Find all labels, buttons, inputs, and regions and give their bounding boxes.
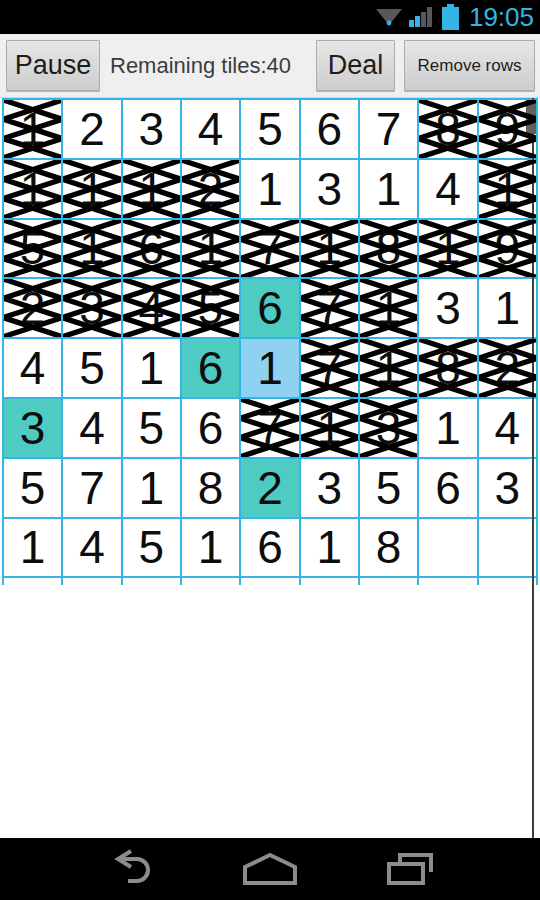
cross-out-mark (360, 339, 417, 397)
cell-r7-c7[interactable]: 5 (360, 459, 417, 517)
cell-r6-c8[interactable]: 1 (419, 399, 476, 457)
cell-r8-c7[interactable]: 8 (360, 519, 417, 577)
cell-r7-c9[interactable]: 3 (479, 459, 536, 517)
tile-number: 6 (257, 285, 283, 331)
cell-r2-c3[interactable]: 1 (123, 160, 180, 218)
tile-number: 4 (435, 166, 461, 212)
tile-number: 4 (79, 524, 105, 570)
cell-r5-c5[interactable]: 1 (241, 339, 298, 397)
cell-r8-c1[interactable]: 1 (4, 519, 61, 577)
tile-number: 5 (20, 465, 46, 511)
cell-r3-c2[interactable]: 1 (63, 220, 120, 278)
tile-number: 3 (139, 106, 165, 152)
cell-r6-c5[interactable]: 7 (241, 399, 298, 457)
cell-r3-c3[interactable]: 6 (123, 220, 180, 278)
cell-r5-c8[interactable]: 8 (419, 339, 476, 397)
cross-out-mark (241, 399, 298, 457)
cross-out-mark (360, 399, 417, 457)
cell-r2-c6[interactable]: 3 (301, 160, 358, 218)
cell-r1-c7[interactable]: 7 (360, 100, 417, 158)
deal-button[interactable]: Deal (316, 40, 395, 91)
tile-number: 6 (198, 345, 224, 391)
cell-r8-c2[interactable]: 4 (63, 519, 120, 577)
pause-button[interactable]: Pause (6, 40, 100, 91)
grid-bottom-ticks (2, 578, 538, 585)
tile-number: 5 (79, 345, 105, 391)
cell-r5-c9[interactable]: 2 (479, 339, 536, 397)
cell-r3-c5[interactable]: 7 (241, 220, 298, 278)
cell-r4-c4[interactable]: 5 (182, 279, 239, 337)
cell-r7-c8[interactable]: 6 (419, 459, 476, 517)
back-button[interactable] (85, 843, 175, 895)
tile-number: 8 (376, 524, 402, 570)
cell-r8-c8 (419, 519, 476, 577)
cross-out-mark (479, 160, 536, 218)
cell-r3-c9[interactable]: 9 (479, 220, 536, 278)
remaining-tiles-label: Remaining tiles:40 (110, 53, 316, 79)
cell-r4-c3[interactable]: 4 (123, 279, 180, 337)
cell-r5-c7[interactable]: 1 (360, 339, 417, 397)
cell-r5-c6[interactable]: 7 (301, 339, 358, 397)
cross-out-mark (419, 339, 476, 397)
tile-number: 7 (376, 106, 402, 152)
cross-out-mark (182, 220, 239, 278)
tile-number: 1 (20, 524, 46, 570)
recents-icon (386, 852, 434, 886)
cross-out-mark (419, 220, 476, 278)
remove-rows-button[interactable]: Remove rows (404, 40, 535, 91)
cell-r5-c1[interactable]: 4 (4, 339, 61, 397)
cell-r2-c1[interactable]: 1 (4, 160, 61, 218)
signal-icon (409, 6, 435, 28)
cross-out-mark (479, 339, 536, 397)
cell-r2-c4[interactable]: 2 (182, 160, 239, 218)
cross-out-mark (182, 279, 239, 337)
tile-number: 4 (20, 345, 46, 391)
cross-out-mark (360, 220, 417, 278)
cell-r6-c9[interactable]: 4 (479, 399, 536, 457)
cell-r6-c2[interactable]: 4 (63, 399, 120, 457)
cross-out-mark (4, 100, 61, 158)
cell-r8-c3[interactable]: 5 (123, 519, 180, 577)
cross-out-mark (63, 160, 120, 218)
tile-number: 1 (257, 345, 283, 391)
cell-r7-c1[interactable]: 5 (4, 459, 61, 517)
cell-r5-c3[interactable]: 1 (123, 339, 180, 397)
cell-r2-c9[interactable]: 1 (479, 160, 536, 218)
cross-out-mark (479, 100, 536, 158)
cross-out-mark (63, 220, 120, 278)
tile-number: 3 (317, 465, 343, 511)
tile-number: 6 (257, 524, 283, 570)
tile-number: 4 (79, 405, 105, 451)
cross-out-mark (123, 279, 180, 337)
cell-r1-c8[interactable]: 8 (419, 100, 476, 158)
cell-r3-c8[interactable]: 1 (419, 220, 476, 278)
tile-number: 1 (317, 524, 343, 570)
cross-out-mark (4, 279, 61, 337)
tile-number: 1 (139, 465, 165, 511)
tile-number: 1 (376, 166, 402, 212)
navigation-bar (0, 838, 540, 900)
cross-out-mark (419, 100, 476, 158)
tile-number: 2 (79, 106, 105, 152)
tile-number: 3 (495, 465, 521, 511)
cross-out-mark (123, 160, 180, 218)
cell-r6-c6[interactable]: 1 (301, 399, 358, 457)
cell-r4-c5[interactable]: 6 (241, 279, 298, 337)
status-bar: 19:05 (0, 0, 540, 34)
cell-r2-c5[interactable]: 1 (241, 160, 298, 218)
cross-out-mark (301, 220, 358, 278)
cross-out-mark (4, 160, 61, 218)
cell-r3-c1[interactable]: 5 (4, 220, 61, 278)
home-button[interactable] (225, 843, 315, 895)
tile-number: 7 (79, 465, 105, 511)
cross-out-mark (301, 399, 358, 457)
cross-out-mark (63, 279, 120, 337)
app-screen: 19:05 Pause Remaining tiles:40 Deal Remo… (0, 0, 540, 900)
board-grid: 1234567891112131415161718192345671314516… (2, 98, 538, 578)
tile-number: 8 (198, 465, 224, 511)
cell-r4-c8[interactable]: 3 (419, 279, 476, 337)
tile-number: 5 (139, 524, 165, 570)
cross-out-mark (123, 220, 180, 278)
tile-number: 1 (495, 285, 521, 331)
cell-r2-c2[interactable]: 1 (63, 160, 120, 218)
toolbar: Pause Remaining tiles:40 Deal Remove row… (0, 34, 540, 98)
cell-r6-c1[interactable]: 3 (4, 399, 61, 457)
cross-out-mark (301, 339, 358, 397)
cell-r8-c4[interactable]: 1 (182, 519, 239, 577)
recents-button[interactable] (365, 843, 455, 895)
cell-r1-c6[interactable]: 6 (301, 100, 358, 158)
tile-number: 1 (257, 166, 283, 212)
cell-r1-c5[interactable]: 5 (241, 100, 298, 158)
cell-r4-c2[interactable]: 3 (63, 279, 120, 337)
cell-r8-c5[interactable]: 6 (241, 519, 298, 577)
cell-r4-c1[interactable]: 2 (4, 279, 61, 337)
cell-r5-c4[interactable]: 6 (182, 339, 239, 397)
tile-number: 2 (257, 465, 283, 511)
cell-r3-c4[interactable]: 1 (182, 220, 239, 278)
cell-r5-c2[interactable]: 5 (63, 339, 120, 397)
tile-number: 6 (198, 405, 224, 451)
tile-number: 5 (376, 465, 402, 511)
cell-r8-c6[interactable]: 1 (301, 519, 358, 577)
cell-r1-c9[interactable]: 9 (479, 100, 536, 158)
cell-r4-c7[interactable]: 1 (360, 279, 417, 337)
cell-r6-c3[interactable]: 5 (123, 399, 180, 457)
tile-number: 4 (198, 106, 224, 152)
cell-r7-c5[interactable]: 2 (241, 459, 298, 517)
cross-out-mark (241, 220, 298, 278)
cell-r3-c7[interactable]: 8 (360, 220, 417, 278)
cell-r8-c9 (479, 519, 536, 577)
cell-r7-c4[interactable]: 8 (182, 459, 239, 517)
cell-r1-c3[interactable]: 3 (123, 100, 180, 158)
back-icon (107, 849, 153, 889)
cell-r7-c2[interactable]: 7 (63, 459, 120, 517)
battery-icon (442, 4, 459, 30)
cell-r2-c8[interactable]: 4 (419, 160, 476, 218)
clock: 19:05 (469, 4, 534, 30)
cell-r6-c4[interactable]: 6 (182, 399, 239, 457)
cell-r7-c6[interactable]: 3 (301, 459, 358, 517)
tile-number: 4 (495, 405, 521, 451)
wifi-icon (376, 6, 402, 28)
home-icon (243, 853, 297, 885)
cell-r1-c4[interactable]: 4 (182, 100, 239, 158)
cell-r3-c6[interactable]: 1 (301, 220, 358, 278)
cell-r4-c6[interactable]: 7 (301, 279, 358, 337)
cross-out-mark (360, 279, 417, 337)
tile-number: 1 (198, 524, 224, 570)
tile-number: 6 (435, 465, 461, 511)
tile-number: 5 (139, 405, 165, 451)
cross-out-mark (4, 220, 61, 278)
cross-out-mark (182, 160, 239, 218)
cross-out-mark (479, 220, 536, 278)
tile-number: 6 (317, 106, 343, 152)
cell-r7-c3[interactable]: 1 (123, 459, 180, 517)
tile-number: 3 (435, 285, 461, 331)
cross-out-mark (301, 279, 358, 337)
cell-r2-c7[interactable]: 1 (360, 160, 417, 218)
tile-number: 1 (435, 405, 461, 451)
tile-number: 1 (139, 345, 165, 391)
tile-number: 3 (317, 166, 343, 212)
cell-r6-c7[interactable]: 3 (360, 399, 417, 457)
tile-number: 5 (257, 106, 283, 152)
cell-r1-c1[interactable]: 1 (4, 100, 61, 158)
cell-r1-c2[interactable]: 2 (63, 100, 120, 158)
tile-number: 3 (20, 405, 46, 451)
cell-r4-c9[interactable]: 1 (479, 279, 536, 337)
